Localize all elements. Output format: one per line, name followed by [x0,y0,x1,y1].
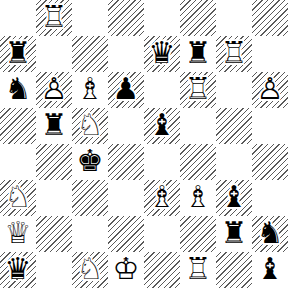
piece-black-queen: ♛♛ [144,36,180,72]
square-c1[interactable]: ♞♘ [72,252,108,288]
square-c8[interactable] [72,0,108,36]
square-f6[interactable]: ♜♖ [180,72,216,108]
square-b1[interactable] [36,252,72,288]
piece-glyph: ♛ [0,251,36,287]
piece-white-bishop: ♝♗ [144,180,180,216]
square-f3[interactable]: ♝♗ [180,180,216,216]
piece-glyph: ♙ [36,71,72,107]
square-e5[interactable]: ♝♝ [144,108,180,144]
square-h4[interactable] [252,144,288,180]
piece-white-knight: ♞♘ [0,180,36,216]
piece-white-rook: ♜♖ [36,0,72,36]
piece-glyph: ♝ [252,251,288,287]
square-d6[interactable]: ♟♟ [108,72,144,108]
piece-glyph: ♞ [252,215,288,251]
square-b2[interactable] [36,216,72,252]
piece-white-knight: ♞♘ [72,252,108,288]
square-a2[interactable]: ♛♕ [0,216,36,252]
piece-white-knight: ♞♘ [72,108,108,144]
piece-white-pawn: ♟♙ [252,72,288,108]
piece-black-king: ♚♚ [72,144,108,180]
piece-glyph: ♙ [252,71,288,107]
square-d4[interactable] [108,144,144,180]
square-a4[interactable] [0,144,36,180]
piece-white-queen: ♛♕ [0,216,36,252]
piece-white-rook: ♜♖ [216,36,252,72]
square-f4[interactable] [180,144,216,180]
piece-glyph: ♚ [72,143,108,179]
square-b3[interactable] [36,180,72,216]
square-d3[interactable] [108,180,144,216]
piece-glyph: ♗ [72,71,108,107]
piece-glyph: ♝ [216,179,252,215]
piece-glyph: ♛ [144,35,180,71]
piece-black-knight: ♞♞ [252,216,288,252]
square-b8[interactable]: ♜♖ [36,0,72,36]
square-b4[interactable] [36,144,72,180]
square-d1[interactable]: ♚♔ [108,252,144,288]
piece-black-rook: ♜♜ [36,108,72,144]
square-h1[interactable]: ♝♝ [252,252,288,288]
square-e6[interactable] [144,72,180,108]
square-e2[interactable] [144,216,180,252]
square-e1[interactable] [144,252,180,288]
square-g7[interactable]: ♜♖ [216,36,252,72]
square-c6[interactable]: ♝♗ [72,72,108,108]
piece-black-bishop: ♝♝ [144,108,180,144]
piece-glyph: ♖ [180,251,216,287]
square-d5[interactable] [108,108,144,144]
piece-black-rook: ♜♜ [180,36,216,72]
square-f1[interactable]: ♜♖ [180,252,216,288]
piece-glyph: ♜ [0,35,36,71]
square-h3[interactable] [252,180,288,216]
square-d7[interactable] [108,36,144,72]
piece-glyph: ♜ [216,215,252,251]
square-g8[interactable] [216,0,252,36]
piece-white-rook: ♜♖ [180,252,216,288]
chess-board: ♜♖♜♜♛♛♜♜♜♖♞♞♟♙♝♗♟♟♜♖♟♙♜♜♞♘♝♝♚♚♞♘♝♗♝♗♝♝♛♕… [0,0,288,288]
piece-glyph: ♞ [0,71,36,107]
piece-black-bishop: ♝♝ [216,180,252,216]
square-h5[interactable] [252,108,288,144]
square-a8[interactable] [0,0,36,36]
piece-glyph: ♖ [216,35,252,71]
square-f5[interactable] [180,108,216,144]
piece-glyph: ♕ [0,215,36,251]
square-a5[interactable] [0,108,36,144]
piece-glyph: ♟ [108,71,144,107]
square-h8[interactable] [252,0,288,36]
square-e3[interactable]: ♝♗ [144,180,180,216]
square-g6[interactable] [216,72,252,108]
piece-glyph: ♜ [180,35,216,71]
square-c5[interactable]: ♞♘ [72,108,108,144]
square-f8[interactable] [180,0,216,36]
piece-glyph: ♖ [36,0,72,35]
square-f7[interactable]: ♜♜ [180,36,216,72]
square-c2[interactable] [72,216,108,252]
piece-glyph: ♜ [36,107,72,143]
square-h7[interactable] [252,36,288,72]
piece-black-knight: ♞♞ [0,72,36,108]
square-c7[interactable] [72,36,108,72]
square-b5[interactable]: ♜♜ [36,108,72,144]
piece-glyph: ♖ [180,71,216,107]
piece-white-king: ♚♔ [108,252,144,288]
piece-glyph: ♔ [108,251,144,287]
square-g1[interactable] [216,252,252,288]
piece-black-rook: ♜♜ [0,36,36,72]
square-g5[interactable] [216,108,252,144]
square-g2[interactable]: ♜♜ [216,216,252,252]
square-h6[interactable]: ♟♙ [252,72,288,108]
square-a6[interactable]: ♞♞ [0,72,36,108]
piece-glyph: ♝ [144,107,180,143]
piece-black-rook: ♜♜ [216,216,252,252]
piece-glyph: ♘ [72,107,108,143]
square-d8[interactable] [108,0,144,36]
square-g3[interactable]: ♝♝ [216,180,252,216]
square-e7[interactable]: ♛♛ [144,36,180,72]
piece-white-bishop: ♝♗ [72,72,108,108]
piece-black-bishop: ♝♝ [252,252,288,288]
square-h2[interactable]: ♞♞ [252,216,288,252]
piece-black-queen: ♛♛ [0,252,36,288]
square-f2[interactable] [180,216,216,252]
piece-glyph: ♗ [144,179,180,215]
piece-white-pawn: ♟♙ [36,72,72,108]
square-b7[interactable] [36,36,72,72]
piece-glyph: ♘ [72,251,108,287]
square-c3[interactable] [72,180,108,216]
square-a1[interactable]: ♛♛ [0,252,36,288]
piece-glyph: ♘ [0,179,36,215]
square-b6[interactable]: ♟♙ [36,72,72,108]
square-a3[interactable]: ♞♘ [0,180,36,216]
square-e4[interactable] [144,144,180,180]
piece-black-pawn: ♟♟ [108,72,144,108]
piece-white-bishop: ♝♗ [180,180,216,216]
square-d2[interactable] [108,216,144,252]
square-a7[interactable]: ♜♜ [0,36,36,72]
piece-white-rook: ♜♖ [180,72,216,108]
square-e8[interactable] [144,0,180,36]
square-g4[interactable] [216,144,252,180]
piece-glyph: ♗ [180,179,216,215]
square-c4[interactable]: ♚♚ [72,144,108,180]
